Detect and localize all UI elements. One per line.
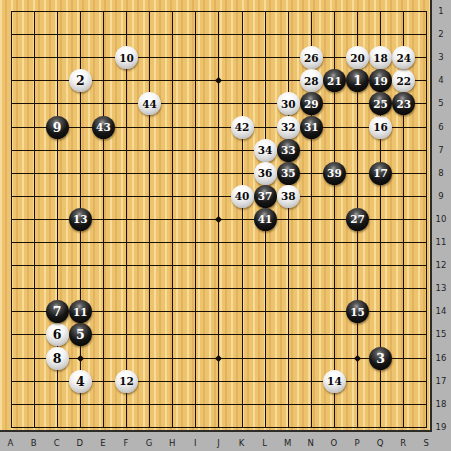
column-label-C: C xyxy=(48,438,66,448)
star-point xyxy=(215,354,222,361)
stone-white-2[interactable]: 2 xyxy=(69,69,92,92)
column-label-H: H xyxy=(163,438,181,448)
stone-white-4[interactable]: 4 xyxy=(69,370,92,393)
stone-white-28[interactable]: 28 xyxy=(300,69,323,92)
column-label-S: S xyxy=(417,438,435,448)
stone-white-36[interactable]: 36 xyxy=(254,162,277,185)
stone-white-34[interactable]: 34 xyxy=(254,139,277,162)
stone-white-38[interactable]: 38 xyxy=(277,185,300,208)
row-label-12: 12 xyxy=(432,260,450,270)
grid-line-vertical xyxy=(288,11,289,428)
stone-black-5[interactable]: 5 xyxy=(69,323,92,346)
stone-white-6[interactable]: 6 xyxy=(46,323,69,346)
grid-line-vertical xyxy=(426,11,427,428)
row-label-17: 17 xyxy=(432,376,450,386)
column-label-A: A xyxy=(2,438,20,448)
row-label-13: 13 xyxy=(432,283,450,293)
row-label-10: 10 xyxy=(432,214,450,224)
stone-white-16[interactable]: 16 xyxy=(369,116,392,139)
stone-black-23[interactable]: 23 xyxy=(392,92,415,115)
row-label-2: 2 xyxy=(432,29,450,39)
stone-black-25[interactable]: 25 xyxy=(369,92,392,115)
grid-line-horizontal xyxy=(11,242,428,243)
go-board[interactable]: 1234567891011121314151617181920212223242… xyxy=(0,0,432,432)
stone-black-17[interactable]: 17 xyxy=(369,162,392,185)
stone-black-21[interactable]: 21 xyxy=(323,69,346,92)
star-point xyxy=(215,77,222,84)
row-label-3: 3 xyxy=(432,52,450,62)
stone-white-10[interactable]: 10 xyxy=(115,46,138,69)
stone-black-9[interactable]: 9 xyxy=(46,116,69,139)
column-label-D: D xyxy=(71,438,89,448)
grid-line-vertical xyxy=(242,11,243,428)
column-label-N: N xyxy=(302,438,320,448)
star-point xyxy=(215,216,222,223)
row-label-1: 1 xyxy=(432,6,450,16)
grid-line-horizontal xyxy=(11,427,428,428)
stone-black-27[interactable]: 27 xyxy=(346,208,369,231)
row-label-4: 4 xyxy=(432,75,450,85)
stone-white-8[interactable]: 8 xyxy=(46,347,69,370)
stone-white-26[interactable]: 26 xyxy=(300,46,323,69)
column-label-F: F xyxy=(117,438,135,448)
stone-black-41[interactable]: 41 xyxy=(254,208,277,231)
column-label-M: M xyxy=(279,438,297,448)
stone-white-32[interactable]: 32 xyxy=(277,116,300,139)
row-label-11: 11 xyxy=(432,237,450,247)
stone-white-44[interactable]: 44 xyxy=(138,92,161,115)
column-label-P: P xyxy=(348,438,366,448)
star-point xyxy=(354,354,361,361)
stone-black-1[interactable]: 1 xyxy=(346,69,369,92)
stone-black-33[interactable]: 33 xyxy=(277,139,300,162)
column-label-O: O xyxy=(325,438,343,448)
row-label-7: 7 xyxy=(432,145,450,155)
stone-black-11[interactable]: 11 xyxy=(69,300,92,323)
stone-black-31[interactable]: 31 xyxy=(300,116,323,139)
column-label-Q: Q xyxy=(371,438,389,448)
row-label-14: 14 xyxy=(432,306,450,316)
column-label-B: B xyxy=(25,438,43,448)
column-label-I: I xyxy=(186,438,204,448)
stone-white-22[interactable]: 22 xyxy=(392,69,415,92)
stone-black-7[interactable]: 7 xyxy=(46,300,69,323)
stone-white-18[interactable]: 18 xyxy=(369,46,392,69)
row-label-8: 8 xyxy=(432,168,450,178)
stone-black-13[interactable]: 13 xyxy=(69,208,92,231)
stone-black-3[interactable]: 3 xyxy=(369,347,392,370)
row-label-15: 15 xyxy=(432,329,450,339)
grid-line-horizontal xyxy=(11,404,428,405)
go-diagram: 1234567891011121314151617181920212223242… xyxy=(0,0,451,451)
star-point xyxy=(77,354,84,361)
stone-black-43[interactable]: 43 xyxy=(92,116,115,139)
stone-white-40[interactable]: 40 xyxy=(231,185,254,208)
stone-black-15[interactable]: 15 xyxy=(346,300,369,323)
stone-white-42[interactable]: 42 xyxy=(231,116,254,139)
column-label-K: K xyxy=(233,438,251,448)
row-label-18: 18 xyxy=(432,399,450,409)
column-label-E: E xyxy=(94,438,112,448)
stone-black-39[interactable]: 39 xyxy=(323,162,346,185)
column-label-J: J xyxy=(209,438,227,448)
stone-white-14[interactable]: 14 xyxy=(323,370,346,393)
stone-white-12[interactable]: 12 xyxy=(115,370,138,393)
stone-white-30[interactable]: 30 xyxy=(277,92,300,115)
row-label-9: 9 xyxy=(432,191,450,201)
column-label-G: G xyxy=(140,438,158,448)
column-label-L: L xyxy=(256,438,274,448)
row-label-16: 16 xyxy=(432,353,450,363)
stone-white-20[interactable]: 20 xyxy=(346,46,369,69)
stone-black-29[interactable]: 29 xyxy=(300,92,323,115)
column-label-R: R xyxy=(394,438,412,448)
stone-black-37[interactable]: 37 xyxy=(254,185,277,208)
row-label-6: 6 xyxy=(432,122,450,132)
stone-black-35[interactable]: 35 xyxy=(277,162,300,185)
stone-black-19[interactable]: 19 xyxy=(369,69,392,92)
row-label-19: 19 xyxy=(432,422,450,432)
stone-white-24[interactable]: 24 xyxy=(392,46,415,69)
grid-line-horizontal xyxy=(11,265,428,266)
row-label-5: 5 xyxy=(432,98,450,108)
grid-line-horizontal xyxy=(11,288,428,289)
